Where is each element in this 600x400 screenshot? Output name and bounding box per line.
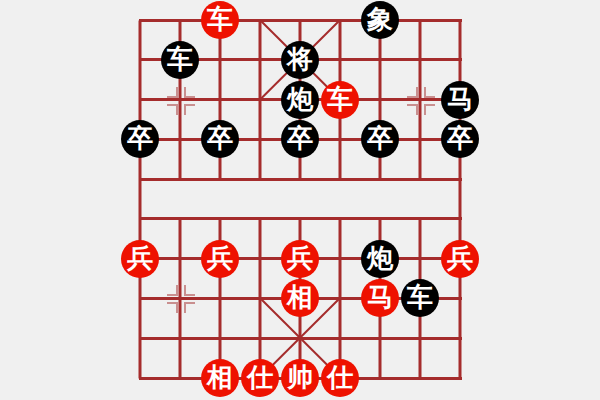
red-chariot-piece[interactable]: 车 [201, 1, 239, 39]
black-elephant-piece[interactable]: 象 [361, 1, 399, 39]
xiangqi-app: 车象车将炮车马卒卒卒卒卒兵兵兵炮兵相马车相仕帅仕 [0, 0, 600, 400]
black-soldier-piece[interactable]: 卒 [201, 120, 239, 158]
red-chariot-piece[interactable]: 车 [321, 81, 359, 119]
red-elephant-piece[interactable]: 相 [281, 279, 319, 317]
black-soldier-piece[interactable]: 卒 [121, 120, 159, 158]
red-soldier-piece[interactable]: 兵 [121, 240, 159, 278]
cannon-point-marker [424, 104, 435, 115]
grid-line-file [139, 20, 142, 378]
black-chariot-piece[interactable]: 车 [161, 41, 199, 79]
red-horse-piece[interactable]: 马 [361, 279, 399, 317]
cannon-point-marker [167, 302, 178, 313]
xiangqi-board[interactable]: 车象车将炮车马卒卒卒卒卒兵兵兵炮兵相马车相仕帅仕 [0, 0, 600, 400]
black-soldier-piece[interactable]: 卒 [441, 120, 479, 158]
cannon-point-marker [167, 104, 178, 115]
grid-line-file [179, 219, 182, 378]
red-elephant-piece[interactable]: 相 [201, 359, 239, 397]
cannon-point-marker [184, 285, 195, 296]
black-cannon-piece[interactable]: 炮 [361, 240, 399, 278]
cannon-point-marker [407, 87, 418, 98]
cannon-point-marker [184, 302, 195, 313]
cannon-point-marker [424, 87, 435, 98]
black-general-piece[interactable]: 将 [281, 41, 319, 79]
cannon-point-marker [184, 104, 195, 115]
black-horse-piece[interactable]: 马 [441, 81, 479, 119]
black-cannon-piece[interactable]: 炮 [281, 81, 319, 119]
cannon-point-marker [184, 87, 195, 98]
cannon-point-marker [167, 87, 178, 98]
red-advisor-piece[interactable]: 仕 [241, 359, 279, 397]
cannon-point-marker [167, 285, 178, 296]
red-advisor-piece[interactable]: 仕 [321, 359, 359, 397]
grid-line-file [459, 20, 462, 378]
grid-line-file [419, 20, 422, 179]
red-soldier-piece[interactable]: 兵 [201, 240, 239, 278]
black-soldier-piece[interactable]: 卒 [361, 120, 399, 158]
red-soldier-piece[interactable]: 兵 [441, 240, 479, 278]
cannon-point-marker [407, 104, 418, 115]
red-soldier-piece[interactable]: 兵 [281, 240, 319, 278]
black-soldier-piece[interactable]: 卒 [281, 120, 319, 158]
red-general-piece[interactable]: 帅 [281, 359, 319, 397]
